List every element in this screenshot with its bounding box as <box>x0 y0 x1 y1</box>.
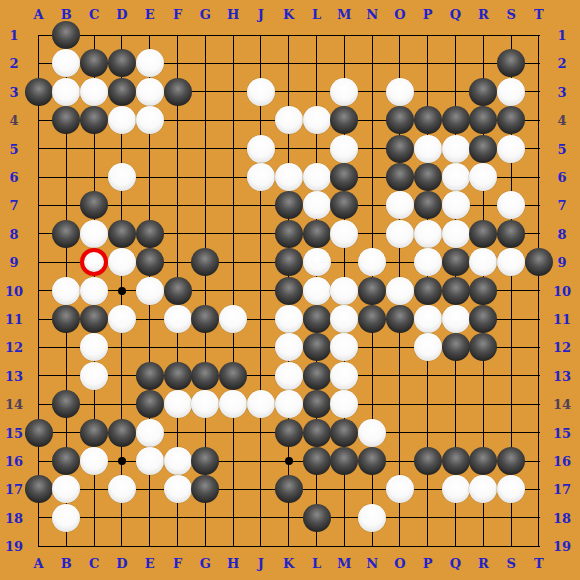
coord-label-right-9: 9 <box>557 256 566 269</box>
white-stone-D11[interactable] <box>108 305 136 333</box>
coord-label-bottom-K: K <box>283 557 294 570</box>
coord-label-top-R: R <box>478 8 489 21</box>
white-stone-H14[interactable] <box>219 390 247 418</box>
white-stone-L6[interactable] <box>303 163 331 191</box>
black-stone-E14[interactable] <box>136 390 164 418</box>
go-board-screenshot: AABBCCDDEEFFGGHHJJKKLLMMNNOOPPQQRRSSTT11… <box>0 0 580 580</box>
white-stone-D17[interactable] <box>108 475 136 503</box>
white-stone-S5[interactable] <box>497 135 525 163</box>
black-stone-S8[interactable] <box>497 220 525 248</box>
white-stone-K14[interactable] <box>275 390 303 418</box>
coord-label-left-17: 17 <box>5 483 23 496</box>
black-stone-B14[interactable] <box>52 390 80 418</box>
coord-label-bottom-E: E <box>145 557 155 570</box>
black-stone-P10[interactable] <box>414 277 442 305</box>
coord-label-bottom-A: A <box>33 557 43 570</box>
black-stone-Q9[interactable] <box>442 248 470 276</box>
coord-label-right-12: 12 <box>553 341 571 354</box>
white-stone-C12[interactable] <box>80 333 108 361</box>
black-stone-E9[interactable] <box>136 248 164 276</box>
coord-label-bottom-M: M <box>337 557 351 570</box>
coord-label-top-G: G <box>200 8 211 21</box>
coord-label-bottom-B: B <box>61 557 72 570</box>
coord-label-right-17: 17 <box>553 483 571 496</box>
black-stone-C7[interactable] <box>80 191 108 219</box>
white-stone-M10[interactable] <box>330 277 358 305</box>
coord-label-left-14: 14 <box>5 398 23 411</box>
coord-label-top-Q: Q <box>450 8 461 21</box>
black-stone-N10[interactable] <box>358 277 386 305</box>
coord-label-top-D: D <box>116 8 127 21</box>
white-stone-P5[interactable] <box>414 135 442 163</box>
white-stone-J14[interactable] <box>247 390 275 418</box>
black-stone-L18[interactable] <box>303 504 331 532</box>
white-stone-Q5[interactable] <box>442 135 470 163</box>
coord-label-top-E: E <box>145 8 155 21</box>
white-stone-P12[interactable] <box>414 333 442 361</box>
grid-line-vertical <box>38 35 39 547</box>
white-stone-S17[interactable] <box>497 475 525 503</box>
white-stone-N18[interactable] <box>358 504 386 532</box>
white-stone-M8[interactable] <box>330 220 358 248</box>
coord-label-left-5: 5 <box>9 142 18 155</box>
white-stone-Q17[interactable] <box>442 475 470 503</box>
black-stone-E13[interactable] <box>136 362 164 390</box>
black-stone-O11[interactable] <box>386 305 414 333</box>
white-stone-N15[interactable] <box>358 419 386 447</box>
black-stone-D3[interactable] <box>108 78 136 106</box>
white-stone-M14[interactable] <box>330 390 358 418</box>
coord-label-right-11: 11 <box>553 313 571 326</box>
black-stone-O6[interactable] <box>386 163 414 191</box>
white-stone-L4[interactable] <box>303 106 331 134</box>
white-stone-J3[interactable] <box>247 78 275 106</box>
black-stone-A17[interactable] <box>25 475 53 503</box>
black-stone-L13[interactable] <box>303 362 331 390</box>
grid-line-horizontal <box>39 517 540 518</box>
black-stone-L8[interactable] <box>303 220 331 248</box>
coord-label-left-4: 4 <box>9 114 18 127</box>
coord-label-bottom-J: J <box>258 557 264 570</box>
black-stone-Q12[interactable] <box>442 333 470 361</box>
coord-label-right-5: 5 <box>557 142 566 155</box>
black-stone-P16[interactable] <box>414 447 442 475</box>
black-stone-A3[interactable] <box>25 78 53 106</box>
star-point-D16 <box>118 457 126 465</box>
white-stone-R9[interactable] <box>469 248 497 276</box>
grid-line-vertical <box>233 35 234 547</box>
white-stone-P8[interactable] <box>414 220 442 248</box>
coord-label-right-7: 7 <box>557 199 566 212</box>
coord-label-left-7: 7 <box>9 199 18 212</box>
white-stone-E10[interactable] <box>136 277 164 305</box>
coord-label-left-13: 13 <box>5 369 23 382</box>
white-stone-P9[interactable] <box>414 248 442 276</box>
coord-label-left-6: 6 <box>9 171 18 184</box>
white-stone-C16[interactable] <box>80 447 108 475</box>
coord-label-right-18: 18 <box>553 511 571 524</box>
black-stone-S16[interactable] <box>497 447 525 475</box>
coord-label-right-6: 6 <box>557 171 566 184</box>
black-stone-K15[interactable] <box>275 419 303 447</box>
coord-label-left-19: 19 <box>5 540 23 553</box>
black-stone-F13[interactable] <box>164 362 192 390</box>
white-stone-C9-last-move-marker[interactable] <box>80 248 108 276</box>
coord-label-left-16: 16 <box>5 455 23 468</box>
black-stone-L14[interactable] <box>303 390 331 418</box>
white-stone-C8[interactable] <box>80 220 108 248</box>
coord-label-right-16: 16 <box>553 455 571 468</box>
grid-line-horizontal <box>39 35 540 36</box>
coord-label-top-O: O <box>394 8 405 21</box>
white-stone-Q6[interactable] <box>442 163 470 191</box>
black-stone-S4[interactable] <box>497 106 525 134</box>
coord-label-top-L: L <box>312 8 321 21</box>
white-stone-O3[interactable] <box>386 78 414 106</box>
black-stone-C2[interactable] <box>80 49 108 77</box>
black-stone-F10[interactable] <box>164 277 192 305</box>
white-stone-D9[interactable] <box>108 248 136 276</box>
coord-label-left-18: 18 <box>5 511 23 524</box>
white-stone-F11[interactable] <box>164 305 192 333</box>
white-stone-F16[interactable] <box>164 447 192 475</box>
white-stone-Q8[interactable] <box>442 220 470 248</box>
white-stone-K4[interactable] <box>275 106 303 134</box>
coord-label-bottom-F: F <box>173 557 182 570</box>
white-stone-E15[interactable] <box>136 419 164 447</box>
black-stone-B1[interactable] <box>52 21 80 49</box>
black-stone-L16[interactable] <box>303 447 331 475</box>
coord-label-left-12: 12 <box>5 341 23 354</box>
coord-label-bottom-T: T <box>534 557 544 570</box>
coord-label-right-8: 8 <box>557 227 566 240</box>
coord-label-bottom-R: R <box>478 557 489 570</box>
white-stone-E2[interactable] <box>136 49 164 77</box>
white-stone-E3[interactable] <box>136 78 164 106</box>
white-stone-K11[interactable] <box>275 305 303 333</box>
black-stone-R10[interactable] <box>469 277 497 305</box>
black-stone-C15[interactable] <box>80 419 108 447</box>
coord-label-bottom-O: O <box>394 557 405 570</box>
black-stone-B11[interactable] <box>52 305 80 333</box>
coord-label-bottom-N: N <box>366 557 378 570</box>
white-stone-D4[interactable] <box>108 106 136 134</box>
black-stone-F3[interactable] <box>164 78 192 106</box>
white-stone-M11[interactable] <box>330 305 358 333</box>
black-stone-E8[interactable] <box>136 220 164 248</box>
coord-label-top-K: K <box>283 8 294 21</box>
black-stone-B16[interactable] <box>52 447 80 475</box>
black-stone-R5[interactable] <box>469 135 497 163</box>
white-stone-N9[interactable] <box>358 248 386 276</box>
black-stone-P6[interactable] <box>414 163 442 191</box>
white-stone-L10[interactable] <box>303 277 331 305</box>
coord-label-bottom-Q: Q <box>450 557 461 570</box>
coord-label-bottom-D: D <box>116 557 127 570</box>
black-stone-M4[interactable] <box>330 106 358 134</box>
white-stone-G14[interactable] <box>191 390 219 418</box>
white-stone-E16[interactable] <box>136 447 164 475</box>
white-stone-L7[interactable] <box>303 191 331 219</box>
coord-label-bottom-S: S <box>506 557 515 570</box>
white-stone-K13[interactable] <box>275 362 303 390</box>
coord-label-right-10: 10 <box>553 284 571 297</box>
black-stone-R16[interactable] <box>469 447 497 475</box>
black-stone-C11[interactable] <box>80 305 108 333</box>
white-stone-O17[interactable] <box>386 475 414 503</box>
black-stone-G17[interactable] <box>191 475 219 503</box>
white-stone-M13[interactable] <box>330 362 358 390</box>
black-stone-T9[interactable] <box>525 248 553 276</box>
coord-label-left-10: 10 <box>5 284 23 297</box>
coord-label-right-19: 19 <box>553 540 571 553</box>
coord-label-left-1: 1 <box>9 29 18 42</box>
grid-line-horizontal <box>39 546 540 547</box>
coord-label-bottom-P: P <box>423 557 433 570</box>
coord-label-top-J: J <box>258 8 264 21</box>
coord-label-right-3: 3 <box>557 85 566 98</box>
coord-label-top-S: S <box>506 8 515 21</box>
white-stone-B3[interactable] <box>52 78 80 106</box>
black-stone-N16[interactable] <box>358 447 386 475</box>
white-stone-O7[interactable] <box>386 191 414 219</box>
white-stone-J6[interactable] <box>247 163 275 191</box>
black-stone-Q4[interactable] <box>442 106 470 134</box>
white-stone-F14[interactable] <box>164 390 192 418</box>
black-stone-R8[interactable] <box>469 220 497 248</box>
coord-label-right-1: 1 <box>557 29 566 42</box>
coord-label-left-8: 8 <box>9 227 18 240</box>
coord-label-bottom-L: L <box>312 557 321 570</box>
black-stone-G13[interactable] <box>191 362 219 390</box>
black-stone-G16[interactable] <box>191 447 219 475</box>
black-stone-C4[interactable] <box>80 106 108 134</box>
white-stone-O10[interactable] <box>386 277 414 305</box>
white-stone-J5[interactable] <box>247 135 275 163</box>
coord-label-right-2: 2 <box>557 57 566 70</box>
white-stone-S7[interactable] <box>497 191 525 219</box>
black-stone-R12[interactable] <box>469 333 497 361</box>
coord-label-bottom-C: C <box>89 557 99 570</box>
black-stone-M16[interactable] <box>330 447 358 475</box>
star-point-D10 <box>118 287 126 295</box>
white-stone-Q7[interactable] <box>442 191 470 219</box>
coord-label-right-14: 14 <box>553 398 571 411</box>
white-stone-B10[interactable] <box>52 277 80 305</box>
white-stone-Q11[interactable] <box>442 305 470 333</box>
coord-label-top-B: B <box>61 8 72 21</box>
coord-label-top-P: P <box>423 8 433 21</box>
white-stone-M12[interactable] <box>330 333 358 361</box>
black-stone-D2[interactable] <box>108 49 136 77</box>
coord-label-left-15: 15 <box>5 426 23 439</box>
black-stone-L11[interactable] <box>303 305 331 333</box>
black-stone-D15[interactable] <box>108 419 136 447</box>
grid-line-vertical <box>260 35 261 547</box>
coord-label-top-M: M <box>337 8 351 21</box>
black-stone-R4[interactable] <box>469 106 497 134</box>
white-stone-B17[interactable] <box>52 475 80 503</box>
black-stone-Q10[interactable] <box>442 277 470 305</box>
coord-label-bottom-G: G <box>200 557 211 570</box>
coord-label-top-C: C <box>89 8 99 21</box>
black-stone-P4[interactable] <box>414 106 442 134</box>
white-stone-F17[interactable] <box>164 475 192 503</box>
coord-label-top-A: A <box>33 8 43 21</box>
coord-label-left-11: 11 <box>5 313 23 326</box>
black-stone-R11[interactable] <box>469 305 497 333</box>
black-stone-M6[interactable] <box>330 163 358 191</box>
black-stone-K8[interactable] <box>275 220 303 248</box>
black-stone-N11[interactable] <box>358 305 386 333</box>
white-stone-H11[interactable] <box>219 305 247 333</box>
black-stone-K10[interactable] <box>275 277 303 305</box>
coord-label-right-4: 4 <box>557 114 566 127</box>
black-stone-A15[interactable] <box>25 419 53 447</box>
black-stone-R3[interactable] <box>469 78 497 106</box>
grid-line-vertical <box>538 35 539 547</box>
coord-label-right-13: 13 <box>553 369 571 382</box>
black-stone-O5[interactable] <box>386 135 414 163</box>
black-stone-Q16[interactable] <box>442 447 470 475</box>
coord-label-top-T: T <box>534 8 544 21</box>
white-stone-M5[interactable] <box>330 135 358 163</box>
black-stone-G9[interactable] <box>191 248 219 276</box>
white-stone-E4[interactable] <box>136 106 164 134</box>
white-stone-O8[interactable] <box>386 220 414 248</box>
black-stone-G11[interactable] <box>191 305 219 333</box>
white-stone-B18[interactable] <box>52 504 80 532</box>
black-stone-B8[interactable] <box>52 220 80 248</box>
white-stone-B2[interactable] <box>52 49 80 77</box>
coord-label-top-N: N <box>366 8 378 21</box>
white-stone-C13[interactable] <box>80 362 108 390</box>
black-stone-K7[interactable] <box>275 191 303 219</box>
white-stone-K6[interactable] <box>275 163 303 191</box>
coord-label-right-15: 15 <box>553 426 571 439</box>
white-stone-M3[interactable] <box>330 78 358 106</box>
black-stone-D8[interactable] <box>108 220 136 248</box>
coord-label-left-9: 9 <box>9 256 18 269</box>
white-stone-R6[interactable] <box>469 163 497 191</box>
white-stone-S3[interactable] <box>497 78 525 106</box>
white-stone-P11[interactable] <box>414 305 442 333</box>
black-stone-H13[interactable] <box>219 362 247 390</box>
black-stone-O4[interactable] <box>386 106 414 134</box>
coord-label-left-3: 3 <box>9 85 18 98</box>
black-stone-K9[interactable] <box>275 248 303 276</box>
black-stone-K17[interactable] <box>275 475 303 503</box>
black-stone-B4[interactable] <box>52 106 80 134</box>
coord-label-bottom-H: H <box>227 557 239 570</box>
white-stone-C3[interactable] <box>80 78 108 106</box>
white-stone-S9[interactable] <box>497 248 525 276</box>
black-stone-M15[interactable] <box>330 419 358 447</box>
black-stone-L15[interactable] <box>303 419 331 447</box>
black-stone-L12[interactable] <box>303 333 331 361</box>
white-stone-D6[interactable] <box>108 163 136 191</box>
white-stone-R17[interactable] <box>469 475 497 503</box>
black-stone-S2[interactable] <box>497 49 525 77</box>
coord-label-left-2: 2 <box>9 57 18 70</box>
white-stone-K12[interactable] <box>275 333 303 361</box>
black-stone-M7[interactable] <box>330 191 358 219</box>
coord-label-top-F: F <box>173 8 182 21</box>
star-point-K16 <box>285 457 293 465</box>
coord-label-top-H: H <box>227 8 239 21</box>
black-stone-P7[interactable] <box>414 191 442 219</box>
white-stone-C10[interactable] <box>80 277 108 305</box>
white-stone-L9[interactable] <box>303 248 331 276</box>
